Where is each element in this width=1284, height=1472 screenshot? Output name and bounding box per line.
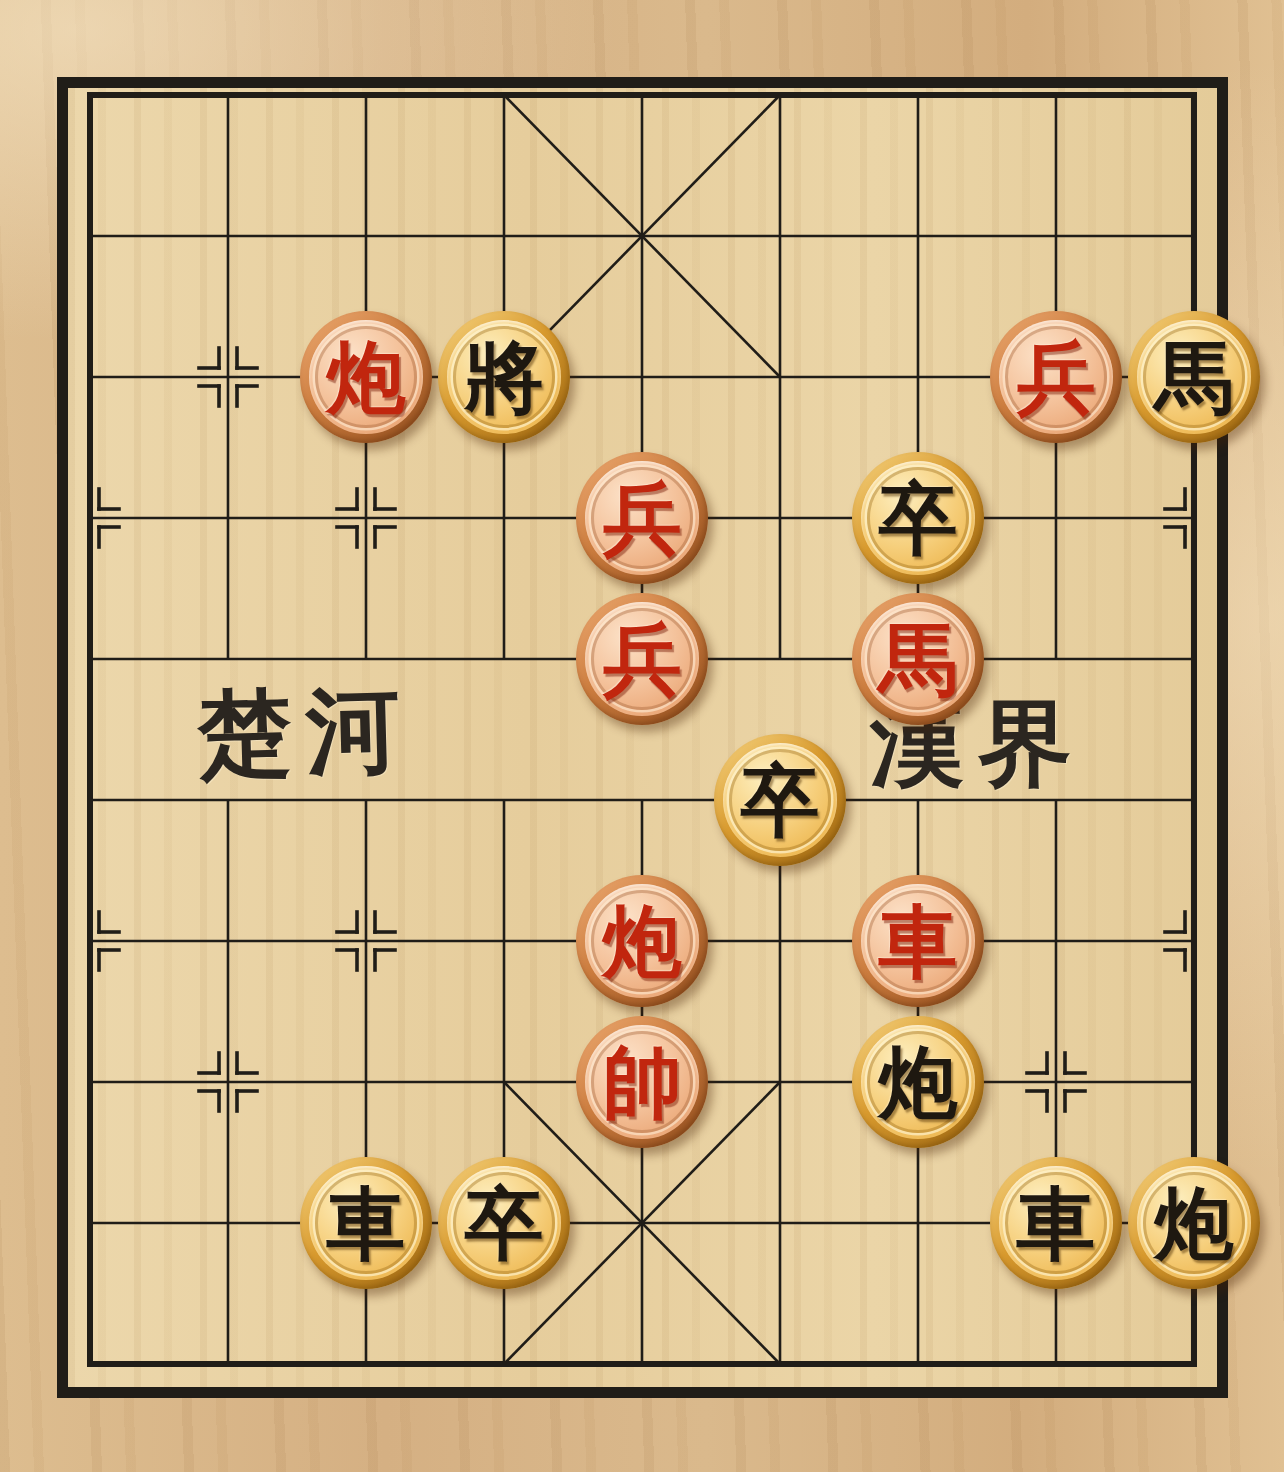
piece-black-chariot[interactable]: 車 — [990, 1157, 1122, 1289]
piece-glyph: 炮 — [852, 1016, 984, 1148]
piece-red-general[interactable]: 帥 — [576, 1016, 708, 1148]
piece-black-soldier[interactable]: 卒 — [852, 452, 984, 584]
piece-black-horse[interactable]: 馬 — [1128, 311, 1260, 443]
piece-glyph: 炮 — [576, 875, 708, 1007]
piece-red-horse[interactable]: 馬 — [852, 593, 984, 725]
piece-glyph: 車 — [300, 1157, 432, 1289]
piece-black-cannon[interactable]: 炮 — [1128, 1157, 1260, 1289]
piece-red-soldier[interactable]: 兵 — [990, 311, 1122, 443]
piece-glyph: 炮 — [1128, 1157, 1260, 1289]
piece-red-soldier[interactable]: 兵 — [576, 452, 708, 584]
piece-black-general[interactable]: 將 — [438, 311, 570, 443]
piece-black-soldier[interactable]: 卒 — [438, 1157, 570, 1289]
piece-red-soldier[interactable]: 兵 — [576, 593, 708, 725]
piece-glyph: 將 — [438, 311, 570, 443]
piece-glyph: 車 — [990, 1157, 1122, 1289]
piece-glyph: 卒 — [714, 734, 846, 866]
piece-glyph: 帥 — [576, 1016, 708, 1148]
piece-glyph: 卒 — [852, 452, 984, 584]
piece-glyph: 車 — [852, 875, 984, 1007]
piece-glyph: 兵 — [576, 452, 708, 584]
piece-glyph: 馬 — [852, 593, 984, 725]
piece-glyph: 兵 — [576, 593, 708, 725]
piece-red-chariot[interactable]: 車 — [852, 875, 984, 1007]
piece-black-cannon[interactable]: 炮 — [852, 1016, 984, 1148]
piece-glyph: 兵 — [990, 311, 1122, 443]
piece-red-cannon[interactable]: 炮 — [576, 875, 708, 1007]
piece-black-chariot[interactable]: 車 — [300, 1157, 432, 1289]
piece-black-soldier[interactable]: 卒 — [714, 734, 846, 866]
piece-glyph: 卒 — [438, 1157, 570, 1289]
piece-red-cannon[interactable]: 炮 — [300, 311, 432, 443]
piece-glyph: 炮 — [300, 311, 432, 443]
river-label-chu-he: 楚河 — [196, 667, 415, 800]
piece-glyph: 馬 — [1128, 311, 1260, 443]
